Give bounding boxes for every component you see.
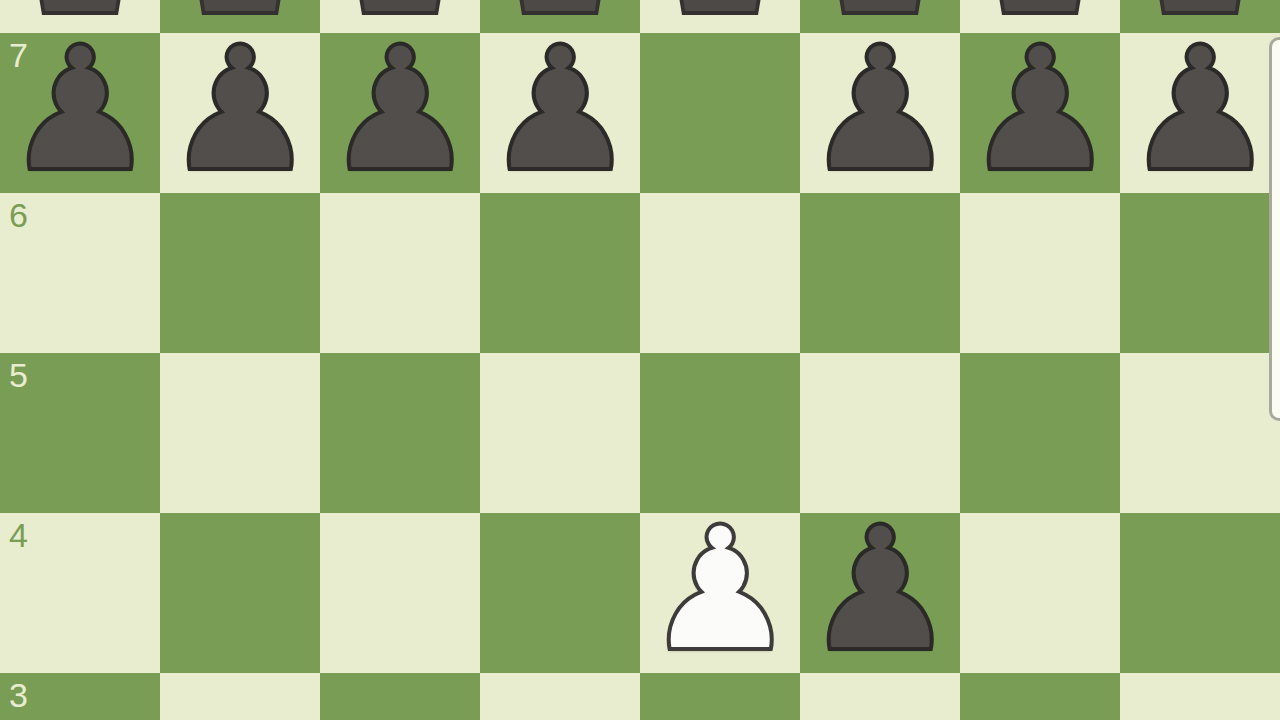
square-f3[interactable] [800, 673, 960, 720]
black-pawn-a7[interactable]: ♟ [3, 30, 157, 190]
square-a3[interactable]: 3 [0, 673, 160, 720]
square-c7[interactable]: ♟ [320, 33, 480, 193]
rank-label-4: 4 [9, 518, 28, 552]
chess-board-viewport: 7♟♟♟♟♟♟♟654♟♟3 [0, 0, 1280, 720]
square-b6[interactable] [160, 193, 320, 353]
square-e4[interactable]: ♟ [640, 513, 800, 673]
square-g6[interactable] [960, 193, 1120, 353]
square-f6[interactable] [800, 193, 960, 353]
square-b7[interactable]: ♟ [160, 33, 320, 193]
square-g7[interactable]: ♟ [960, 33, 1120, 193]
square-d4[interactable] [480, 513, 640, 673]
square-c5[interactable] [320, 353, 480, 513]
square-d6[interactable] [480, 193, 640, 353]
rank-label-6: 6 [9, 198, 28, 232]
square-d7[interactable]: ♟ [480, 33, 640, 193]
square-c3[interactable] [320, 673, 480, 720]
square-g4[interactable] [960, 513, 1120, 673]
scrollbar-thumb[interactable] [1269, 37, 1280, 421]
rank-label-5: 5 [9, 358, 28, 392]
square-a7[interactable]: 7♟ [0, 33, 160, 193]
black-piece-base-e8[interactable] [670, 0, 770, 15]
square-h7[interactable]: ♟ [1120, 33, 1280, 193]
square-g5[interactable] [960, 353, 1120, 513]
square-b3[interactable] [160, 673, 320, 720]
black-pawn-d7[interactable]: ♟ [483, 30, 637, 190]
black-pawn-f7[interactable]: ♟ [803, 30, 957, 190]
square-h3[interactable] [1120, 673, 1280, 720]
square-c6[interactable] [320, 193, 480, 353]
square-a6[interactable]: 6 [0, 193, 160, 353]
rank-label-3: 3 [9, 678, 28, 712]
square-f4[interactable]: ♟ [800, 513, 960, 673]
chess-board: 7♟♟♟♟♟♟♟654♟♟3 [0, 0, 1280, 720]
square-b4[interactable] [160, 513, 320, 673]
square-e8[interactable] [640, 0, 800, 33]
square-b5[interactable] [160, 353, 320, 513]
square-a5[interactable]: 5 [0, 353, 160, 513]
square-h4[interactable] [1120, 513, 1280, 673]
square-a4[interactable]: 4 [0, 513, 160, 673]
square-e6[interactable] [640, 193, 800, 353]
square-d3[interactable] [480, 673, 640, 720]
black-pawn-c7[interactable]: ♟ [323, 30, 477, 190]
square-c4[interactable] [320, 513, 480, 673]
black-pawn-h7[interactable]: ♟ [1123, 30, 1277, 190]
black-pawn-g7[interactable]: ♟ [963, 30, 1117, 190]
square-g3[interactable] [960, 673, 1120, 720]
square-d5[interactable] [480, 353, 640, 513]
square-h5[interactable] [1120, 353, 1280, 513]
black-pawn-f4[interactable]: ♟ [803, 510, 957, 670]
white-pawn-e4[interactable]: ♟ [643, 510, 797, 670]
square-e3[interactable] [640, 673, 800, 720]
black-pawn-b7[interactable]: ♟ [163, 30, 317, 190]
square-e7[interactable] [640, 33, 800, 193]
square-f7[interactable]: ♟ [800, 33, 960, 193]
square-h6[interactable] [1120, 193, 1280, 353]
black-piece-base-fill [674, 0, 766, 11]
